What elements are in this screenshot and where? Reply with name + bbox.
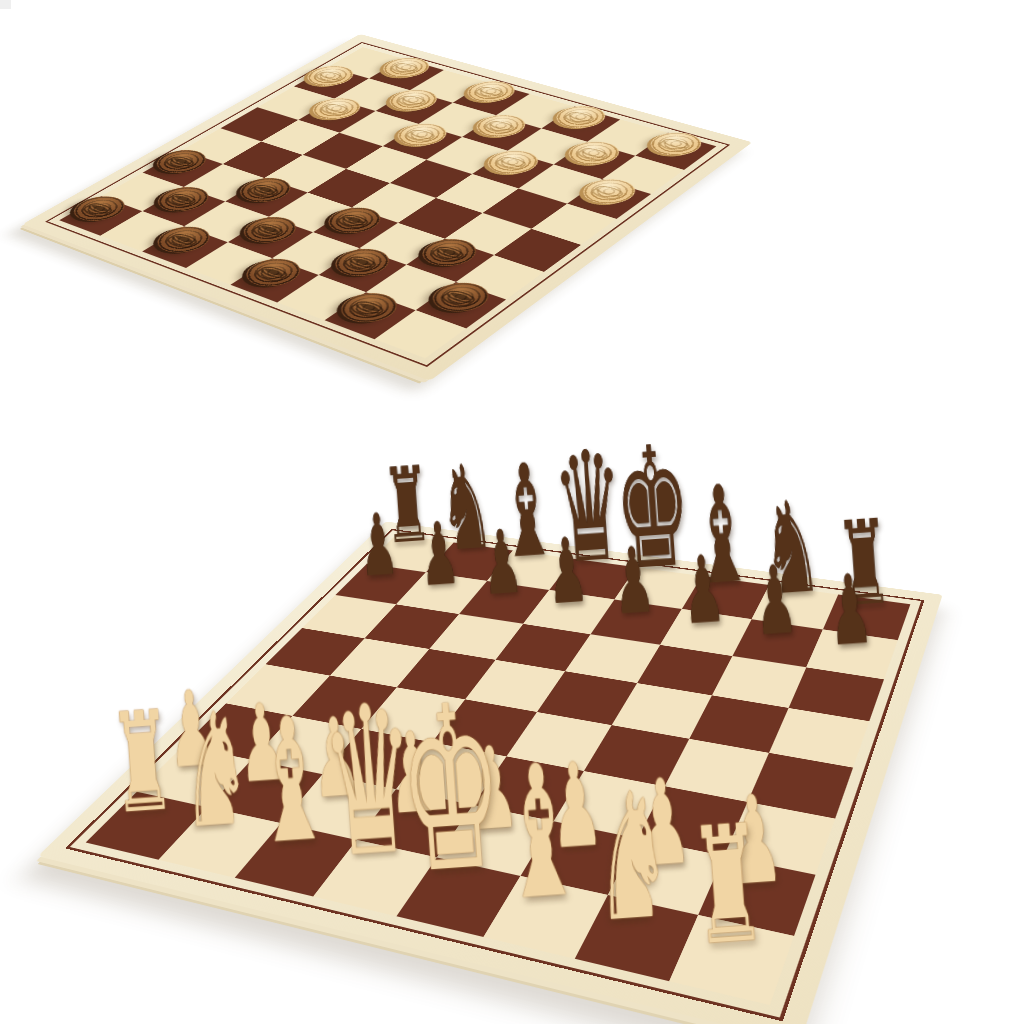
white-bishop-glyph: ♝: [493, 738, 587, 926]
white-rook-glyph: ♜: [686, 803, 769, 968]
dark-checker-piece: ⛂: [412, 234, 487, 271]
black-pawn-glyph: ♟: [417, 510, 462, 599]
dark-checker-piece: ⛂: [147, 183, 218, 216]
white-knight-glyph: ♞: [175, 690, 256, 850]
black-pawn-glyph: ♟: [479, 518, 525, 609]
white-king-glyph: ♚: [393, 674, 510, 906]
checkers-square-r1c8: ⛀: [635, 133, 716, 170]
black-pawn-glyph: ♟: [751, 552, 800, 649]
checkers-playing-area: ⛀⛀⛀⛀⛀⛀⛀⛀⛀⛀⛀⛀⛂⛂⛂⛂⛂⛂⛂⛂⛂⛂⛂⛂: [59, 47, 716, 358]
page-corner-artifact: [0, 0, 11, 9]
black-pawn-glyph: ♟: [679, 543, 727, 638]
light-checker-piece: ⛀: [641, 128, 710, 160]
product-photo-scene[interactable]: ⛀⛀⛀⛀⛀⛀⛀⛀⛀⛀⛀⛀⛂⛂⛂⛂⛂⛂⛂⛂⛂⛂⛂⛂ ♜♞♝♛♚♝♞♜♟♟♟♟♟♟♟…: [0, 0, 1024, 1024]
black-pawn-glyph: ♟: [544, 526, 590, 618]
chess-board: ♜♞♝♛♚♝♞♜♟♟♟♟♟♟♟♟♟♟♟♟♟♟♟♟♜♞♝♛♚♝♞♜: [38, 521, 943, 1024]
black-pawn-glyph: ♟: [357, 502, 401, 590]
checkers-square-r8c1: ⛂: [59, 196, 142, 236]
checkers-board: ⛀⛀⛀⛀⛀⛀⛀⛀⛀⛀⛀⛀⛂⛂⛂⛂⛂⛂⛂⛂⛂⛂⛂⛂: [22, 34, 752, 381]
chess-playing-area: ♜♞♝♛♚♝♞♜♟♟♟♟♟♟♟♟♟♟♟♟♟♟♟♟♜♞♝♛♚♝♞♜: [86, 535, 911, 1005]
checkers-board-wood-frame: ⛀⛀⛀⛀⛀⛀⛀⛀⛀⛀⛀⛀⛂⛂⛂⛂⛂⛂⛂⛂⛂⛂⛂⛂: [22, 34, 752, 381]
black-pawn-glyph: ♟: [825, 562, 875, 661]
black-pawn-glyph: ♟: [610, 534, 657, 628]
white-rook-glyph: ♜: [107, 692, 178, 833]
chess-board-wood-frame: ♜♞♝♛♚♝♞♜♟♟♟♟♟♟♟♟♟♟♟♟♟♟♟♟♜♞♝♛♚♝♞♜: [38, 521, 943, 1024]
light-checker-piece: ⛀: [547, 102, 615, 132]
white-knight-glyph: ♞: [587, 767, 677, 946]
chess-square-g1: ♞: [574, 895, 698, 981]
